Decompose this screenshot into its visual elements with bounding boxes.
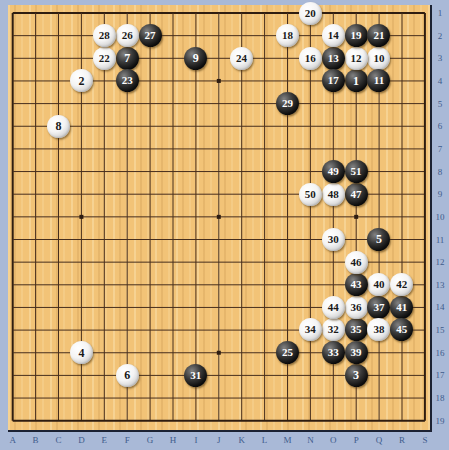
stone-black-O4: 17 bbox=[322, 69, 345, 92]
stone-white-N1: 20 bbox=[299, 2, 322, 25]
col-label-R: R bbox=[399, 435, 405, 445]
row-label-1: 1 bbox=[438, 8, 443, 18]
stone-black-M16: 25 bbox=[276, 341, 299, 364]
stone-white-E2: 28 bbox=[93, 24, 116, 47]
go-diagram: 1234567891011121314161718192021222324252… bbox=[0, 0, 449, 450]
stone-white-E3: 22 bbox=[93, 47, 116, 70]
stone-white-D16: 4 bbox=[70, 341, 93, 364]
row-label-14: 14 bbox=[436, 302, 445, 312]
stone-white-O11: 30 bbox=[322, 228, 345, 251]
stone-black-F3: 7 bbox=[116, 47, 139, 70]
stone-black-P16: 39 bbox=[345, 341, 368, 364]
row-label-16: 16 bbox=[436, 348, 445, 358]
row-label-2: 2 bbox=[438, 31, 443, 41]
stone-black-O16: 33 bbox=[322, 341, 345, 364]
row-label-11: 11 bbox=[436, 235, 445, 245]
stone-black-P17: 3 bbox=[345, 364, 368, 387]
row-label-18: 18 bbox=[436, 393, 445, 403]
stone-black-Q2: 21 bbox=[367, 24, 390, 47]
col-label-S: S bbox=[422, 435, 427, 445]
col-label-B: B bbox=[33, 435, 39, 445]
col-label-H: H bbox=[170, 435, 177, 445]
row-label-5: 5 bbox=[438, 99, 443, 109]
col-label-C: C bbox=[55, 435, 61, 445]
stone-white-Q13: 40 bbox=[367, 273, 390, 296]
stone-black-I17: 31 bbox=[184, 364, 207, 387]
stone-white-O14: 44 bbox=[322, 296, 345, 319]
stones-layer: 1234567891011121314161718192021222324252… bbox=[1, 2, 436, 432]
stone-black-P4: 1 bbox=[345, 69, 368, 92]
col-label-G: G bbox=[147, 435, 154, 445]
row-label-12: 12 bbox=[436, 257, 445, 267]
stone-white-P14: 36 bbox=[345, 296, 368, 319]
stone-white-N9: 50 bbox=[299, 183, 322, 206]
stone-white-F17: 6 bbox=[116, 364, 139, 387]
stone-black-O3: 13 bbox=[322, 47, 345, 70]
col-label-Q: Q bbox=[376, 435, 383, 445]
row-label-6: 6 bbox=[438, 121, 443, 131]
stone-white-Q3: 10 bbox=[367, 47, 390, 70]
col-label-E: E bbox=[102, 435, 108, 445]
row-label-4: 4 bbox=[438, 76, 443, 86]
stone-black-P9: 47 bbox=[345, 183, 368, 206]
col-label-F: F bbox=[125, 435, 130, 445]
row-label-19: 19 bbox=[436, 416, 445, 426]
row-label-3: 3 bbox=[438, 53, 443, 63]
stone-black-F4: 23 bbox=[116, 69, 139, 92]
col-label-I: I bbox=[194, 435, 197, 445]
row-label-10: 10 bbox=[436, 212, 445, 222]
stone-black-M5: 29 bbox=[276, 92, 299, 115]
stone-black-Q11: 5 bbox=[367, 228, 390, 251]
col-label-D: D bbox=[78, 435, 85, 445]
stone-white-P3: 12 bbox=[345, 47, 368, 70]
stone-white-P12: 46 bbox=[345, 251, 368, 274]
col-label-L: L bbox=[262, 435, 268, 445]
stone-white-N3: 16 bbox=[299, 47, 322, 70]
stone-white-D4: 2 bbox=[70, 69, 93, 92]
stone-black-P2: 19 bbox=[345, 24, 368, 47]
row-label-8: 8 bbox=[438, 167, 443, 177]
stone-black-Q14: 37 bbox=[367, 296, 390, 319]
stone-black-I3: 9 bbox=[184, 47, 207, 70]
row-label-15: 15 bbox=[436, 325, 445, 335]
stone-white-R13: 42 bbox=[390, 273, 413, 296]
col-label-J: J bbox=[217, 435, 221, 445]
row-label-9: 9 bbox=[438, 189, 443, 199]
stone-black-P15: 35 bbox=[345, 318, 368, 341]
stone-white-F2: 26 bbox=[116, 24, 139, 47]
stone-black-O8: 49 bbox=[322, 160, 345, 183]
col-label-K: K bbox=[238, 435, 245, 445]
col-label-O: O bbox=[330, 435, 337, 445]
stone-white-O2: 14 bbox=[322, 24, 345, 47]
row-label-13: 13 bbox=[436, 280, 445, 290]
stone-white-O15: 32 bbox=[322, 318, 345, 341]
stone-white-O9: 48 bbox=[322, 183, 345, 206]
col-label-M: M bbox=[283, 435, 291, 445]
stone-black-P13: 43 bbox=[345, 273, 368, 296]
stone-black-G2: 27 bbox=[139, 24, 162, 47]
stone-white-Q15: 38 bbox=[367, 318, 390, 341]
stone-white-K3: 24 bbox=[230, 47, 253, 70]
stone-black-Q4: 11 bbox=[367, 69, 390, 92]
stone-white-M2: 18 bbox=[276, 24, 299, 47]
stone-white-C6: 8 bbox=[47, 115, 70, 138]
stone-black-R15: 45 bbox=[390, 318, 413, 341]
col-label-P: P bbox=[354, 435, 359, 445]
col-label-A: A bbox=[9, 435, 16, 445]
stone-white-N15: 34 bbox=[299, 318, 322, 341]
row-label-7: 7 bbox=[438, 144, 443, 154]
col-label-N: N bbox=[307, 435, 314, 445]
stone-black-P8: 51 bbox=[345, 160, 368, 183]
stone-black-R14: 41 bbox=[390, 296, 413, 319]
row-label-17: 17 bbox=[436, 370, 445, 380]
